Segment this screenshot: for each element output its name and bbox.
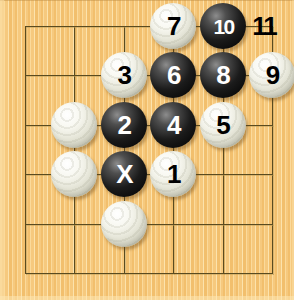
stone-move-number: 2 bbox=[118, 112, 132, 138]
stone-black-x[interactable]: X bbox=[101, 151, 147, 197]
stone-black-8[interactable]: 8 bbox=[200, 52, 246, 98]
stone-move-number: 5 bbox=[216, 112, 230, 138]
stone-move-number: 6 bbox=[167, 62, 181, 88]
stone-white[interactable] bbox=[51, 102, 97, 148]
stone-black-4[interactable]: 4 bbox=[150, 102, 196, 148]
stone-move-number: 3 bbox=[118, 62, 132, 88]
grid-line-horizontal-6 bbox=[25, 273, 273, 274]
go-board[interactable]: 7103689245X1 11 bbox=[0, 0, 294, 300]
stone-white-1[interactable]: 1 bbox=[150, 151, 196, 197]
grid-line-vertical-2 bbox=[74, 26, 75, 274]
stone-black-6[interactable]: 6 bbox=[150, 52, 196, 98]
stone-white-9[interactable]: 9 bbox=[249, 52, 294, 98]
stone-white[interactable] bbox=[51, 151, 97, 197]
stone-black-2[interactable]: 2 bbox=[101, 102, 147, 148]
move-number-on-empty-point: 11 bbox=[244, 13, 284, 39]
stone-black-10[interactable]: 10 bbox=[200, 3, 246, 49]
stone-white[interactable] bbox=[101, 201, 147, 247]
stone-move-number: 8 bbox=[216, 62, 230, 88]
grid-line-horizontal-5 bbox=[25, 224, 273, 225]
stone-move-number: 4 bbox=[167, 112, 181, 138]
grid-line-vertical-1 bbox=[25, 26, 26, 274]
stone-move-number: X bbox=[116, 161, 133, 187]
stone-move-number: 9 bbox=[266, 62, 280, 88]
stone-move-number: 10 bbox=[213, 16, 233, 37]
stone-move-number: 1 bbox=[167, 161, 181, 187]
stone-white-3[interactable]: 3 bbox=[101, 52, 147, 98]
stone-move-number: 7 bbox=[167, 13, 181, 39]
stone-white-5[interactable]: 5 bbox=[200, 102, 246, 148]
stone-white-7[interactable]: 7 bbox=[150, 3, 196, 49]
